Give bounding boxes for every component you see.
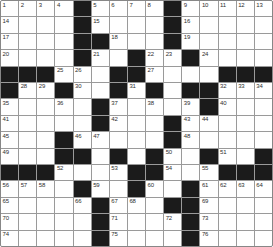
white-cell[interactable]: 66 — [74, 198, 91, 213]
white-cell[interactable] — [19, 214, 36, 229]
white-cell[interactable] — [37, 50, 54, 65]
clue-number: 43 — [184, 116, 190, 122]
clue-number: 57 — [21, 182, 27, 188]
white-cell[interactable]: 36 — [55, 99, 72, 114]
black-cell — [92, 116, 109, 131]
black-cell — [164, 116, 181, 131]
clue-number: 60 — [148, 182, 154, 188]
clue-number: 50 — [166, 149, 172, 155]
clue-number: 69 — [202, 198, 208, 204]
clue-number: 47 — [93, 133, 99, 139]
white-cell[interactable] — [200, 132, 217, 147]
white-cell[interactable] — [164, 231, 181, 246]
white-cell[interactable]: 41 — [1, 116, 18, 131]
black-cell — [74, 1, 91, 16]
white-cell[interactable]: 45 — [1, 132, 18, 147]
white-cell[interactable] — [164, 67, 181, 82]
white-cell[interactable] — [128, 231, 145, 246]
black-cell — [110, 149, 127, 164]
white-cell[interactable] — [55, 198, 72, 213]
white-cell[interactable] — [19, 99, 36, 114]
white-cell[interactable] — [219, 50, 236, 65]
white-cell[interactable]: 62 — [219, 181, 236, 196]
clue-number: 51 — [220, 149, 226, 155]
white-cell[interactable] — [19, 149, 36, 164]
white-cell[interactable]: 40 — [219, 99, 236, 114]
white-cell[interactable]: 52 — [55, 165, 72, 180]
white-cell[interactable]: 30 — [74, 83, 91, 98]
black-cell — [92, 99, 109, 114]
white-cell[interactable]: 22 — [146, 50, 163, 65]
white-cell[interactable]: 70 — [1, 214, 18, 229]
white-cell[interactable]: 33 — [237, 83, 254, 98]
black-cell — [200, 149, 217, 164]
clue-number: 3 — [39, 2, 42, 8]
white-cell[interactable]: 20 — [1, 50, 18, 65]
black-cell — [92, 34, 109, 49]
clue-number: 12 — [238, 2, 244, 8]
white-cell[interactable] — [92, 149, 109, 164]
white-cell[interactable]: 50 — [164, 149, 181, 164]
clue-number: 53 — [111, 165, 117, 171]
white-cell[interactable]: 44 — [200, 116, 217, 131]
white-cell[interactable] — [55, 34, 72, 49]
white-cell[interactable]: 64 — [255, 181, 272, 196]
white-cell[interactable]: 28 — [19, 83, 36, 98]
black-cell — [92, 231, 109, 246]
clue-number: 36 — [57, 100, 63, 106]
black-cell — [37, 165, 54, 180]
clue-number: 56 — [3, 182, 9, 188]
clue-number: 33 — [238, 83, 244, 89]
white-cell[interactable] — [37, 231, 54, 246]
white-cell[interactable] — [237, 99, 254, 114]
black-cell — [255, 67, 272, 82]
white-cell[interactable] — [55, 231, 72, 246]
clue-number: 73 — [202, 215, 208, 221]
white-cell[interactable] — [146, 198, 163, 213]
white-cell[interactable]: 65 — [1, 198, 18, 213]
black-cell — [92, 198, 109, 213]
black-cell — [74, 149, 91, 164]
white-cell[interactable] — [128, 214, 145, 229]
black-cell — [128, 67, 145, 82]
clue-number: 21 — [93, 51, 99, 57]
clue-number: 35 — [3, 100, 9, 106]
white-cell[interactable] — [255, 99, 272, 114]
white-cell[interactable]: 19 — [182, 34, 199, 49]
black-cell — [37, 67, 54, 82]
white-cell[interactable] — [255, 132, 272, 147]
black-cell — [19, 67, 36, 82]
black-cell — [219, 165, 236, 180]
white-cell[interactable] — [146, 17, 163, 32]
white-cell[interactable]: 48 — [182, 132, 199, 147]
white-cell[interactable] — [146, 214, 163, 229]
black-cell — [19, 165, 36, 180]
clue-number: 63 — [238, 182, 244, 188]
clue-number: 17 — [3, 34, 9, 40]
crossword-grid: 1234567891011121314151617181920212223242… — [0, 0, 273, 247]
clue-number: 15 — [93, 18, 99, 24]
white-cell[interactable]: 56 — [1, 181, 18, 196]
white-cell[interactable]: 68 — [128, 198, 145, 213]
white-cell[interactable] — [19, 198, 36, 213]
clue-number: 41 — [3, 116, 9, 122]
black-cell — [200, 83, 217, 98]
clue-number: 6 — [111, 2, 114, 8]
clue-number: 71 — [111, 215, 117, 221]
white-cell[interactable] — [92, 165, 109, 180]
white-cell[interactable] — [219, 116, 236, 131]
white-cell[interactable] — [200, 67, 217, 82]
black-cell — [219, 67, 236, 82]
clue-number: 75 — [111, 231, 117, 237]
white-cell[interactable] — [74, 99, 91, 114]
white-cell[interactable] — [255, 50, 272, 65]
black-cell — [164, 132, 181, 147]
white-cell[interactable]: 5 — [92, 1, 109, 16]
black-cell — [92, 214, 109, 229]
black-cell — [146, 149, 163, 164]
white-cell[interactable] — [146, 132, 163, 147]
white-cell[interactable] — [37, 17, 54, 32]
white-cell[interactable]: 9 — [182, 1, 199, 16]
black-cell — [146, 165, 163, 180]
white-cell[interactable] — [237, 17, 254, 32]
white-cell[interactable] — [219, 231, 236, 246]
clue-number: 55 — [202, 165, 208, 171]
white-cell[interactable] — [237, 214, 254, 229]
black-cell — [164, 198, 181, 213]
clue-number: 22 — [148, 51, 154, 57]
clue-number: 70 — [3, 215, 9, 221]
black-cell — [74, 34, 91, 49]
white-cell[interactable] — [128, 99, 145, 114]
clue-number: 74 — [3, 231, 9, 237]
clue-number: 52 — [57, 165, 63, 171]
white-cell[interactable]: 69 — [200, 198, 217, 213]
white-cell[interactable] — [55, 17, 72, 32]
clue-number: 13 — [256, 2, 262, 8]
white-cell[interactable] — [255, 17, 272, 32]
clue-number: 34 — [256, 83, 262, 89]
white-cell[interactable]: 54 — [164, 165, 181, 180]
white-cell[interactable]: 38 — [146, 99, 163, 114]
white-cell[interactable] — [110, 17, 127, 32]
white-cell[interactable] — [37, 116, 54, 131]
black-cell — [55, 83, 72, 98]
black-cell — [110, 83, 127, 98]
white-cell[interactable] — [55, 214, 72, 229]
black-cell — [110, 67, 127, 82]
clue-number: 28 — [21, 83, 27, 89]
white-cell[interactable] — [19, 34, 36, 49]
white-cell[interactable] — [37, 34, 54, 49]
white-cell[interactable]: 25 — [55, 67, 72, 82]
white-cell[interactable] — [37, 214, 54, 229]
clue-number: 68 — [129, 198, 135, 204]
white-cell[interactable] — [37, 149, 54, 164]
black-cell — [1, 83, 18, 98]
white-cell[interactable]: 18 — [110, 34, 127, 49]
white-cell[interactable]: 10 — [200, 1, 217, 16]
white-cell[interactable]: 14 — [1, 17, 18, 32]
white-cell[interactable] — [237, 50, 254, 65]
white-cell[interactable]: 13 — [255, 1, 272, 16]
black-cell — [255, 165, 272, 180]
white-cell[interactable]: 16 — [182, 17, 199, 32]
black-cell — [182, 214, 199, 229]
clue-number: 31 — [129, 83, 135, 89]
white-cell[interactable]: 73 — [200, 214, 217, 229]
white-cell[interactable] — [255, 116, 272, 131]
clue-number: 16 — [184, 18, 190, 24]
white-cell[interactable] — [200, 17, 217, 32]
white-cell[interactable]: 76 — [200, 231, 217, 246]
black-cell — [237, 67, 254, 82]
black-cell — [237, 165, 254, 180]
white-cell[interactable] — [55, 50, 72, 65]
white-cell[interactable]: 51 — [219, 149, 236, 164]
white-cell[interactable]: 60 — [146, 181, 163, 196]
clue-number: 20 — [3, 51, 9, 57]
white-cell[interactable] — [74, 116, 91, 131]
black-cell — [128, 181, 145, 196]
white-cell[interactable]: 34 — [255, 83, 272, 98]
white-cell[interactable]: 32 — [219, 83, 236, 98]
white-cell[interactable] — [237, 116, 254, 131]
white-cell[interactable]: 58 — [37, 181, 54, 196]
clue-number: 18 — [111, 34, 117, 40]
white-cell[interactable] — [219, 132, 236, 147]
white-cell[interactable] — [219, 198, 236, 213]
white-cell[interactable]: 3 — [37, 1, 54, 16]
white-cell[interactable] — [110, 181, 127, 196]
black-cell — [1, 67, 18, 82]
clue-number: 40 — [220, 100, 226, 106]
white-cell[interactable] — [110, 132, 127, 147]
clue-number: 42 — [111, 116, 117, 122]
black-cell — [74, 17, 91, 32]
clue-number: 7 — [129, 2, 132, 8]
white-cell[interactable]: 46 — [74, 132, 91, 147]
white-cell[interactable]: 23 — [164, 50, 181, 65]
white-cell[interactable]: 15 — [92, 17, 109, 32]
white-cell[interactable] — [237, 132, 254, 147]
clue-number: 29 — [39, 83, 45, 89]
black-cell — [55, 149, 72, 164]
black-cell — [182, 198, 199, 213]
white-cell[interactable]: 21 — [92, 50, 109, 65]
clue-number: 66 — [75, 198, 81, 204]
white-cell[interactable]: 31 — [128, 83, 145, 98]
white-cell[interactable]: 7 — [128, 1, 145, 16]
black-cell — [164, 34, 181, 49]
clue-number: 23 — [166, 51, 172, 57]
white-cell[interactable]: 53 — [110, 165, 127, 180]
white-cell[interactable]: 29 — [37, 83, 54, 98]
white-cell[interactable]: 43 — [182, 116, 199, 131]
crossword-board: 1234567891011121314151617181920212223242… — [0, 0, 273, 247]
clue-number: 5 — [93, 2, 96, 8]
white-cell[interactable]: 6 — [110, 1, 127, 16]
white-cell[interactable] — [237, 149, 254, 164]
clue-number: 1 — [3, 2, 6, 8]
white-cell[interactable]: 42 — [110, 116, 127, 131]
clue-number: 38 — [148, 100, 154, 106]
clue-number: 65 — [3, 198, 9, 204]
black-cell — [182, 50, 199, 65]
clue-number: 26 — [75, 67, 81, 73]
clue-number: 30 — [75, 83, 81, 89]
white-cell[interactable] — [37, 99, 54, 114]
clue-number: 4 — [57, 2, 60, 8]
white-cell[interactable] — [128, 132, 145, 147]
clue-number: 11 — [220, 2, 226, 8]
white-cell[interactable] — [182, 67, 199, 82]
white-cell[interactable] — [74, 214, 91, 229]
white-cell[interactable] — [19, 17, 36, 32]
white-cell[interactable] — [110, 50, 127, 65]
white-cell[interactable] — [19, 116, 36, 131]
white-cell[interactable]: 27 — [146, 67, 163, 82]
white-cell[interactable]: 55 — [200, 165, 217, 180]
white-cell[interactable]: 61 — [200, 181, 217, 196]
white-cell[interactable]: 75 — [110, 231, 127, 246]
white-cell[interactable] — [164, 181, 181, 196]
clue-number: 14 — [3, 18, 9, 24]
clue-number: 62 — [220, 182, 226, 188]
black-cell — [164, 1, 181, 16]
white-cell[interactable] — [255, 198, 272, 213]
black-cell — [74, 50, 91, 65]
clue-number: 48 — [184, 133, 190, 139]
white-cell[interactable] — [128, 116, 145, 131]
clue-number: 46 — [75, 133, 81, 139]
clue-number: 2 — [21, 2, 24, 8]
clue-number: 76 — [202, 231, 208, 237]
white-cell[interactable] — [255, 34, 272, 49]
white-cell[interactable] — [37, 132, 54, 147]
white-cell[interactable]: 74 — [1, 231, 18, 246]
black-cell — [255, 149, 272, 164]
white-cell[interactable]: 59 — [92, 181, 109, 196]
white-cell[interactable]: 72 — [164, 214, 181, 229]
white-cell[interactable]: 57 — [19, 181, 36, 196]
clue-number: 49 — [3, 149, 9, 155]
clue-number: 8 — [148, 2, 151, 8]
white-cell[interactable] — [19, 231, 36, 246]
white-cell[interactable] — [128, 17, 145, 32]
clue-number: 72 — [166, 215, 172, 221]
clue-number: 27 — [148, 67, 154, 73]
clue-number: 9 — [184, 2, 187, 8]
white-cell[interactable]: 11 — [219, 1, 236, 16]
white-cell[interactable] — [237, 34, 254, 49]
white-cell[interactable] — [146, 34, 163, 49]
white-cell[interactable] — [92, 83, 109, 98]
white-cell[interactable]: 2 — [19, 1, 36, 16]
clue-number: 58 — [39, 182, 45, 188]
white-cell[interactable] — [37, 198, 54, 213]
white-cell[interactable] — [74, 231, 91, 246]
white-cell[interactable] — [182, 165, 199, 180]
black-cell — [74, 181, 91, 196]
white-cell[interactable] — [219, 214, 236, 229]
black-cell — [55, 132, 72, 147]
white-cell[interactable] — [19, 132, 36, 147]
white-cell[interactable]: 63 — [237, 181, 254, 196]
black-cell — [1, 165, 18, 180]
white-cell[interactable] — [146, 116, 163, 131]
white-cell[interactable] — [128, 34, 145, 49]
white-cell[interactable]: 49 — [1, 149, 18, 164]
white-cell[interactable] — [19, 50, 36, 65]
white-cell[interactable] — [237, 198, 254, 213]
black-cell — [164, 17, 181, 32]
clue-number: 61 — [202, 182, 208, 188]
white-cell[interactable] — [128, 149, 145, 164]
white-cell[interactable]: 39 — [182, 99, 199, 114]
white-cell[interactable]: 1 — [1, 1, 18, 16]
white-cell[interactable] — [146, 231, 163, 246]
black-cell — [146, 83, 163, 98]
white-cell[interactable] — [74, 165, 91, 180]
clue-number: 25 — [57, 67, 63, 73]
white-cell[interactable]: 26 — [74, 67, 91, 82]
white-cell[interactable] — [255, 231, 272, 246]
white-cell[interactable]: 4 — [55, 1, 72, 16]
clue-number: 64 — [256, 182, 262, 188]
white-cell[interactable] — [182, 149, 199, 164]
white-cell[interactable]: 35 — [1, 99, 18, 114]
white-cell[interactable] — [219, 34, 236, 49]
black-cell — [200, 99, 217, 114]
clue-number: 10 — [202, 2, 208, 8]
white-cell[interactable]: 8 — [146, 1, 163, 16]
white-cell[interactable] — [164, 99, 181, 114]
black-cell — [182, 83, 199, 98]
white-cell[interactable] — [92, 67, 109, 82]
clue-number: 19 — [184, 34, 190, 40]
white-cell[interactable] — [219, 17, 236, 32]
white-cell[interactable] — [237, 231, 254, 246]
clue-number: 44 — [202, 116, 208, 122]
white-cell[interactable]: 47 — [92, 132, 109, 147]
white-cell[interactable] — [55, 181, 72, 196]
clue-number: 37 — [111, 100, 117, 106]
white-cell[interactable]: 67 — [110, 198, 127, 213]
white-cell[interactable] — [55, 116, 72, 131]
clue-number: 59 — [93, 182, 99, 188]
clue-number: 39 — [184, 100, 190, 106]
black-cell — [182, 181, 199, 196]
white-cell[interactable] — [200, 34, 217, 49]
clue-number: 24 — [202, 51, 208, 57]
clue-number: 45 — [3, 133, 9, 139]
white-cell[interactable] — [255, 214, 272, 229]
clue-number: 54 — [166, 165, 172, 171]
black-cell — [128, 50, 145, 65]
white-cell[interactable]: 37 — [110, 99, 127, 114]
clue-number: 32 — [220, 83, 226, 89]
white-cell[interactable]: 17 — [1, 34, 18, 49]
white-cell[interactable]: 12 — [237, 1, 254, 16]
white-cell[interactable]: 71 — [110, 214, 127, 229]
white-cell[interactable]: 24 — [200, 50, 217, 65]
white-cell[interactable] — [164, 83, 181, 98]
